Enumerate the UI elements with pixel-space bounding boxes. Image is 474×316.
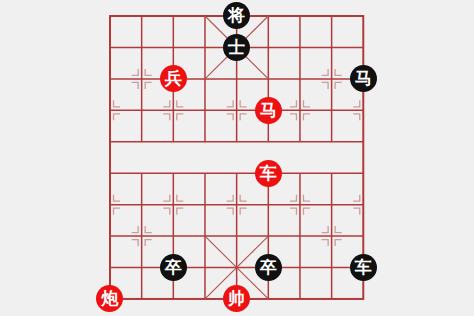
piece-red-general[interactable]: 帅 [223, 285, 250, 312]
piece-red-horse[interactable]: 马 [255, 97, 282, 124]
piece-black-soldier[interactable]: 卒 [160, 254, 187, 281]
piece-black-soldier[interactable]: 卒 [255, 254, 282, 281]
piece-red-chariot[interactable]: 车 [255, 160, 282, 187]
piece-black-chariot[interactable]: 车 [350, 254, 377, 281]
piece-black-general[interactable]: 将 [223, 2, 250, 29]
pieces-layer[interactable]: 将士兵马马车卒卒车炮帅 [94, 0, 379, 314]
piece-red-cannon[interactable]: 炮 [96, 285, 123, 312]
piece-red-soldier[interactable]: 兵 [160, 65, 187, 92]
piece-black-advisor[interactable]: 士 [223, 34, 250, 61]
xiangqi-diagram: 将士兵马马车卒卒车炮帅 [0, 0, 474, 316]
piece-black-horse[interactable]: 马 [350, 65, 377, 92]
